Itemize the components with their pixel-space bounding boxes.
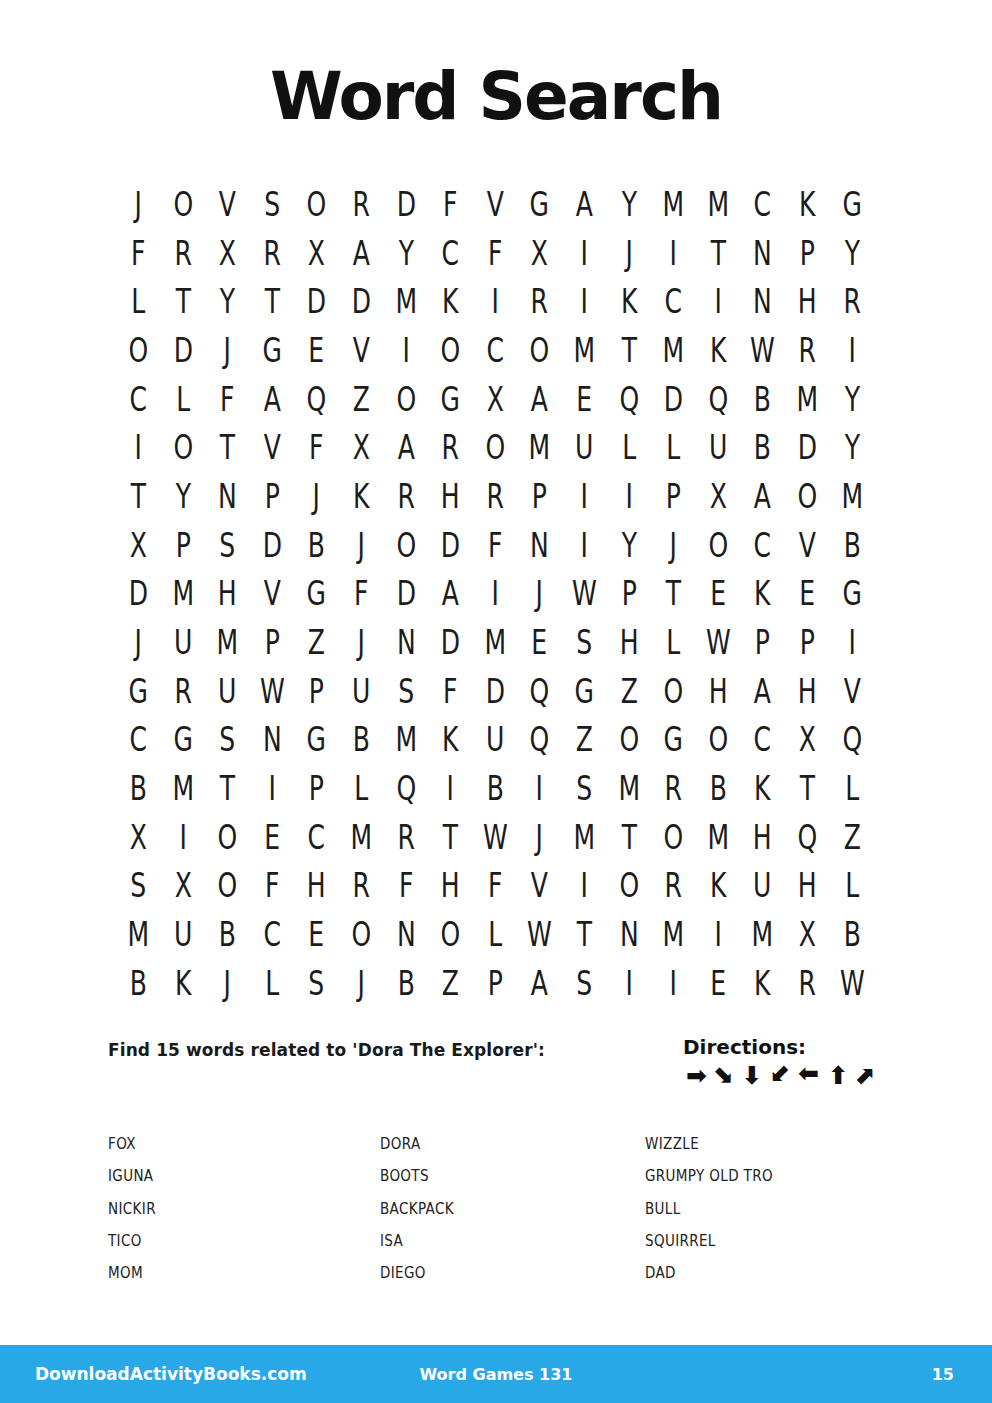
grid-cell-r12c15: C [746, 716, 780, 765]
grid-cell-r2c17: Y [835, 229, 869, 278]
footer-bar: DownloadActivityBooks.com Word Games 131… [0, 1345, 992, 1403]
grid-cell-r1c3: V [211, 180, 245, 229]
grid-cell-r15c13: R [656, 862, 690, 911]
grid-cell-r7c6: K [344, 472, 378, 521]
instruction-text: Find 15 words related to 'Dora The Explo… [108, 1040, 545, 1060]
grid-cell-r10c3: M [211, 618, 245, 667]
grid-cell-r17c14: E [701, 959, 735, 1008]
grid-cell-r16c14: I [701, 910, 735, 959]
grid-cell-r14c14: M [701, 813, 735, 862]
word-item: BOOTS [380, 1160, 454, 1192]
grid-cell-r6c12: L [612, 423, 646, 472]
grid-cell-r13c17: L [835, 764, 869, 813]
grid-cell-r4c11: M [567, 326, 601, 375]
grid-cell-r8c2: P [166, 521, 200, 570]
grid-cell-r7c12: I [612, 472, 646, 521]
grid-cell-r10c1: J [121, 618, 155, 667]
grid-cell-r9c15: K [746, 570, 780, 619]
grid-cell-r3c7: M [389, 277, 423, 326]
grid-cell-r7c10: P [523, 472, 557, 521]
grid-cell-r1c8: F [434, 180, 468, 229]
grid-cell-r11c2: R [166, 667, 200, 716]
grid-cell-r14c4: E [255, 813, 289, 862]
grid-cell-r1c15: C [746, 180, 780, 229]
grid-cell-r14c2: I [166, 813, 200, 862]
grid-cell-r1c11: A [567, 180, 601, 229]
grid-cell-r17c4: L [255, 959, 289, 1008]
grid-cell-r5c16: M [790, 375, 824, 424]
directions-section: Directions: ➡➡➡➡➡➡➡ [683, 1035, 878, 1090]
grid-cell-r2c3: X [211, 229, 245, 278]
grid-cell-r3c16: H [790, 277, 824, 326]
grid-cell-r5c1: C [121, 375, 155, 424]
grid-cell-r10c14: W [701, 618, 735, 667]
grid-cell-r9c11: W [567, 570, 601, 619]
grid-cell-r4c3: J [211, 326, 245, 375]
grid-cell-r9c2: M [166, 570, 200, 619]
grid-cell-r12c6: B [344, 716, 378, 765]
grid-cell-r5c3: F [211, 375, 245, 424]
grid-cell-r7c1: T [121, 472, 155, 521]
grid-cell-r9c1: D [121, 570, 155, 619]
grid-cell-r5c12: Q [612, 375, 646, 424]
grid-cell-r1c6: R [344, 180, 378, 229]
grid-cell-r16c8: O [434, 910, 468, 959]
grid-cell-r5c10: A [523, 375, 557, 424]
grid-cell-r8c12: Y [612, 521, 646, 570]
grid-cell-r8c13: J [656, 521, 690, 570]
grid-cell-r11c11: G [567, 667, 601, 716]
grid-cell-r12c13: G [656, 716, 690, 765]
grid-cell-r5c6: Z [344, 375, 378, 424]
grid-cell-r8c14: O [701, 521, 735, 570]
grid-cell-r8c7: O [389, 521, 423, 570]
grid-cell-r14c12: T [612, 813, 646, 862]
grid-cell-r13c2: M [166, 764, 200, 813]
grid-cell-r11c8: F [434, 667, 468, 716]
word-item: BACKPACK [380, 1193, 454, 1225]
grid-cell-r3c11: I [567, 277, 601, 326]
grid-cell-r10c5: Z [300, 618, 334, 667]
grid-cell-r7c11: I [567, 472, 601, 521]
grid-cell-r6c17: Y [835, 423, 869, 472]
grid-cell-r13c14: B [701, 764, 735, 813]
grid-cell-r7c13: P [656, 472, 690, 521]
grid-cell-r13c12: M [612, 764, 646, 813]
grid-cell-r7c4: P [255, 472, 289, 521]
grid-cell-r7c17: M [835, 472, 869, 521]
grid-cell-r2c9: F [478, 229, 512, 278]
grid-cell-r11c16: H [790, 667, 824, 716]
grid-cell-r11c14: H [701, 667, 735, 716]
grid-cell-r6c9: O [478, 423, 512, 472]
word-item: IGUNA [108, 1160, 156, 1192]
grid-cell-r4c4: G [255, 326, 289, 375]
grid-cell-r13c15: K [746, 764, 780, 813]
grid-cell-r13c10: I [523, 764, 557, 813]
grid-cell-r7c14: X [701, 472, 735, 521]
grid-cell-r13c11: S [567, 764, 601, 813]
grid-cell-r1c2: O [166, 180, 200, 229]
grid-cell-r14c3: O [211, 813, 245, 862]
grid-cell-r17c3: J [211, 959, 245, 1008]
grid-cell-r11c1: G [121, 667, 155, 716]
grid-cell-r9c16: E [790, 570, 824, 619]
grid-cell-r16c11: T [567, 910, 601, 959]
grid-cell-r1c9: V [478, 180, 512, 229]
word-item: NICKIR [108, 1193, 156, 1225]
grid-cell-r4c16: R [790, 326, 824, 375]
grid-cell-r3c12: K [612, 277, 646, 326]
grid-cell-r14c6: M [344, 813, 378, 862]
grid-cell-r11c3: U [211, 667, 245, 716]
grid-cell-r12c8: K [434, 716, 468, 765]
grid-cell-r3c3: Y [211, 277, 245, 326]
grid-cell-r17c11: S [567, 959, 601, 1008]
grid-cell-r10c12: H [612, 618, 646, 667]
grid-cell-r8c15: C [746, 521, 780, 570]
grid-cell-r6c10: M [523, 423, 557, 472]
grid-cell-r11c15: A [746, 667, 780, 716]
grid-cell-r1c4: S [255, 180, 289, 229]
arrow-left-icon: ➡ [795, 1060, 822, 1090]
grid-cell-r11c5: P [300, 667, 334, 716]
grid-cell-r14c10: J [523, 813, 557, 862]
grid-cell-r5c7: O [389, 375, 423, 424]
grid-cell-r15c5: H [300, 862, 334, 911]
grid-cell-r2c10: X [523, 229, 557, 278]
grid-cell-r10c13: L [656, 618, 690, 667]
grid-cell-r2c16: P [790, 229, 824, 278]
grid-cell-r3c10: R [523, 277, 557, 326]
grid-cell-r1c5: O [300, 180, 334, 229]
grid-cell-r13c13: R [656, 764, 690, 813]
grid-cell-r15c12: O [612, 862, 646, 911]
grid-cell-r9c6: F [344, 570, 378, 619]
grid-cell-r11c17: V [835, 667, 869, 716]
grid-cell-r1c1: J [121, 180, 155, 229]
grid-cell-r9c10: J [523, 570, 557, 619]
grid-cell-r9c5: G [300, 570, 334, 619]
grid-cell-r15c10: V [523, 862, 557, 911]
grid-cell-r3c4: T [255, 277, 289, 326]
grid-cell-r8c1: X [121, 521, 155, 570]
grid-cell-r17c6: J [344, 959, 378, 1008]
grid-cell-r5c5: Q [300, 375, 334, 424]
grid-cell-r6c1: I [121, 423, 155, 472]
grid-cell-r3c5: D [300, 277, 334, 326]
grid-cell-r10c2: U [166, 618, 200, 667]
grid-cell-r14c15: H [746, 813, 780, 862]
word-item: ISA [380, 1225, 454, 1257]
grid-cell-r11c9: D [478, 667, 512, 716]
grid-cell-r16c1: M [121, 910, 155, 959]
grid-cell-r12c11: Z [567, 716, 601, 765]
grid-cell-r4c7: I [389, 326, 423, 375]
grid-cell-r6c7: A [389, 423, 423, 472]
grid-cell-r1c16: K [790, 180, 824, 229]
grid-cell-r14c17: Z [835, 813, 869, 862]
grid-cell-r14c16: Q [790, 813, 824, 862]
grid-cell-r8c9: F [478, 521, 512, 570]
grid-cell-r1c13: M [656, 180, 690, 229]
worksheet-page: Word Search JOVSORDFVGAYMMCKGFRXRXAYCFXI… [0, 0, 992, 1403]
grid-cell-r10c4: P [255, 618, 289, 667]
grid-cell-r16c10: W [523, 910, 557, 959]
grid-cell-r8c10: N [523, 521, 557, 570]
grid-cell-r2c15: N [746, 229, 780, 278]
grid-cell-r4c15: W [746, 326, 780, 375]
word-item: DIEGO [380, 1257, 454, 1289]
grid-cell-r14c11: M [567, 813, 601, 862]
grid-cell-r1c10: G [523, 180, 557, 229]
grid-cell-r2c8: C [434, 229, 468, 278]
grid-cell-r17c5: S [300, 959, 334, 1008]
grid-cell-r2c6: A [344, 229, 378, 278]
grid-cell-r11c10: Q [523, 667, 557, 716]
grid-cell-r13c5: P [300, 764, 334, 813]
grid-cell-r15c7: F [389, 862, 423, 911]
grid-cell-r15c3: O [211, 862, 245, 911]
grid-cell-r3c6: D [344, 277, 378, 326]
grid-cell-r14c13: O [656, 813, 690, 862]
grid-cell-r9c14: E [701, 570, 735, 619]
grid-cell-r15c2: X [166, 862, 200, 911]
grid-cell-r10c8: D [434, 618, 468, 667]
grid-cell-r17c1: B [121, 959, 155, 1008]
grid-cell-r10c10: E [523, 618, 557, 667]
grid-cell-r17c17: W [835, 959, 869, 1008]
word-item: DAD [645, 1257, 773, 1289]
grid-cell-r8c4: D [255, 521, 289, 570]
grid-cell-r7c2: Y [166, 472, 200, 521]
grid-cell-r15c15: U [746, 862, 780, 911]
grid-cell-r4c13: M [656, 326, 690, 375]
grid-cell-r2c2: R [166, 229, 200, 278]
grid-cell-r12c7: M [389, 716, 423, 765]
word-item: FOX [108, 1128, 156, 1160]
grid-cell-r1c14: M [701, 180, 735, 229]
grid-cell-r17c13: I [656, 959, 690, 1008]
grid-cell-r14c8: T [434, 813, 468, 862]
grid-cell-r4c17: I [835, 326, 869, 375]
word-item: MOM [108, 1257, 156, 1289]
grid-cell-r2c5: X [300, 229, 334, 278]
grid-cell-r9c4: V [255, 570, 289, 619]
word-item: BULL [645, 1193, 773, 1225]
grid-cell-r11c7: S [389, 667, 423, 716]
grid-cell-r4c1: O [121, 326, 155, 375]
grid-cell-r7c9: R [478, 472, 512, 521]
grid-cell-r4c10: O [523, 326, 557, 375]
grid-cell-r3c14: I [701, 277, 735, 326]
grid-cell-r4c5: E [300, 326, 334, 375]
word-item: GRUMPY OLD TRO [645, 1160, 773, 1192]
grid-cell-r17c12: I [612, 959, 646, 1008]
grid-cell-r10c15: P [746, 618, 780, 667]
grid-cell-r17c15: K [746, 959, 780, 1008]
grid-cell-r10c11: S [567, 618, 601, 667]
grid-cell-r1c17: G [835, 180, 869, 229]
grid-cell-r7c15: A [746, 472, 780, 521]
grid-cell-r13c6: L [344, 764, 378, 813]
grid-cell-r12c4: N [255, 716, 289, 765]
grid-cell-r17c8: Z [434, 959, 468, 1008]
grid-cell-r15c4: F [255, 862, 289, 911]
grid-cell-r8c11: I [567, 521, 601, 570]
grid-cell-r2c14: T [701, 229, 735, 278]
grid-cell-r11c6: U [344, 667, 378, 716]
grid-cell-r16c12: N [612, 910, 646, 959]
grid-cell-r2c11: I [567, 229, 601, 278]
grid-cell-r15c6: R [344, 862, 378, 911]
word-search-grid: JOVSORDFVGAYMMCKGFRXRXAYCFXIJITNPYLTYTDD… [116, 180, 874, 1008]
grid-cell-r8c5: B [300, 521, 334, 570]
grid-cell-r15c8: H [434, 862, 468, 911]
grid-cell-r15c11: I [567, 862, 601, 911]
grid-cell-r17c16: R [790, 959, 824, 1008]
grid-cell-r14c7: R [389, 813, 423, 862]
grid-cell-r1c7: D [389, 180, 423, 229]
grid-cell-r1c12: Y [612, 180, 646, 229]
grid-cell-r16c3: B [211, 910, 245, 959]
grid-cell-r6c16: D [790, 423, 824, 472]
grid-cell-r16c7: N [389, 910, 423, 959]
grid-cell-r7c5: J [300, 472, 334, 521]
grid-cell-r9c3: H [211, 570, 245, 619]
grid-cell-r17c9: P [478, 959, 512, 1008]
grid-cell-r15c17: L [835, 862, 869, 911]
grid-cell-r3c8: K [434, 277, 468, 326]
grid-cell-r10c17: I [835, 618, 869, 667]
grid-cell-r16c2: U [166, 910, 200, 959]
grid-cell-r5c4: A [255, 375, 289, 424]
grid-cell-r8c8: D [434, 521, 468, 570]
grid-cell-r16c16: X [790, 910, 824, 959]
grid-cell-r7c7: R [389, 472, 423, 521]
grid-cell-r6c15: B [746, 423, 780, 472]
grid-cell-r5c17: Y [835, 375, 869, 424]
grid-cell-r4c8: O [434, 326, 468, 375]
grid-cell-r6c8: R [434, 423, 468, 472]
grid-cell-r12c12: O [612, 716, 646, 765]
grid-cell-r10c7: N [389, 618, 423, 667]
grid-cell-r3c17: R [835, 277, 869, 326]
grid-cell-r14c5: C [300, 813, 334, 862]
grid-cell-r12c1: C [121, 716, 155, 765]
word-item: WIZZLE [645, 1128, 773, 1160]
grid-cell-r11c4: W [255, 667, 289, 716]
grid-cell-r12c10: Q [523, 716, 557, 765]
grid-cell-r10c16: P [790, 618, 824, 667]
grid-cell-r13c4: I [255, 764, 289, 813]
grid-cell-r3c15: N [746, 277, 780, 326]
word-list-column-1: FOXIGUNANICKIRTICOMOM [108, 1128, 161, 1289]
grid-cell-r5c9: X [478, 375, 512, 424]
grid-cell-r4c9: C [478, 326, 512, 375]
grid-cell-r13c16: T [790, 764, 824, 813]
grid-cell-r5c8: G [434, 375, 468, 424]
grid-cell-r6c3: T [211, 423, 245, 472]
grid-cell-r5c13: D [656, 375, 690, 424]
grid-cell-r9c8: A [434, 570, 468, 619]
grid-cell-r16c17: B [835, 910, 869, 959]
grid-cell-r9c7: D [389, 570, 423, 619]
grid-cell-r2c12: J [612, 229, 646, 278]
grid-cell-r3c9: I [478, 277, 512, 326]
grid-cell-r12c3: S [211, 716, 245, 765]
grid-cell-r3c13: C [656, 277, 690, 326]
grid-cell-r10c6: J [344, 618, 378, 667]
grid-cell-r13c9: B [478, 764, 512, 813]
word-item: DORA [380, 1128, 454, 1160]
grid-cell-r14c9: W [478, 813, 512, 862]
grid-cell-r15c9: F [478, 862, 512, 911]
direction-arrows: ➡➡➡➡➡➡➡ [683, 1060, 878, 1090]
grid-cell-r16c15: M [746, 910, 780, 959]
grid-cell-r12c14: O [701, 716, 735, 765]
grid-cell-r15c16: H [790, 862, 824, 911]
grid-cell-r6c4: V [255, 423, 289, 472]
grid-cell-r2c1: F [121, 229, 155, 278]
grid-cell-r17c2: K [166, 959, 200, 1008]
grid-cell-r5c14: Q [701, 375, 735, 424]
grid-cell-r6c5: F [300, 423, 334, 472]
grid-cell-r9c12: P [612, 570, 646, 619]
grid-cell-r8c3: S [211, 521, 245, 570]
grid-cell-r4c12: T [612, 326, 646, 375]
grid-cell-r16c9: L [478, 910, 512, 959]
grid-cell-r16c13: M [656, 910, 690, 959]
grid-cell-r12c9: U [478, 716, 512, 765]
grid-cell-r5c11: E [567, 375, 601, 424]
grid-cell-r5c15: B [746, 375, 780, 424]
grid-cell-r2c4: R [255, 229, 289, 278]
grid-cell-r12c5: G [300, 716, 334, 765]
grid-cell-r17c10: A [523, 959, 557, 1008]
grid-cell-r6c2: O [166, 423, 200, 472]
grid-cell-r6c13: L [656, 423, 690, 472]
grid-cell-r13c8: I [434, 764, 468, 813]
word-item: TICO [108, 1225, 156, 1257]
footer-page-number: 15 [932, 1365, 954, 1384]
grid-cell-r2c7: Y [389, 229, 423, 278]
grid-cell-r6c11: U [567, 423, 601, 472]
grid-cell-r16c6: O [344, 910, 378, 959]
footer-site-name: DownloadActivityBooks.com [35, 1364, 307, 1384]
grid-cell-r13c1: B [121, 764, 155, 813]
grid-cell-r3c1: L [121, 277, 155, 326]
grid-cell-r13c7: Q [389, 764, 423, 813]
word-list-column-2: DORABOOTSBACKPACKISADIEGO [380, 1128, 462, 1289]
page-title: Word Search [0, 58, 992, 135]
word-item: SQUIRREL [645, 1225, 773, 1257]
grid-cell-r6c14: U [701, 423, 735, 472]
grid-cell-r8c16: V [790, 521, 824, 570]
word-list-column-3: WIZZLEGRUMPY OLD TROBULLSQUIRRELDAD [645, 1128, 787, 1289]
grid-cell-r9c13: T [656, 570, 690, 619]
grid-cell-r2c13: I [656, 229, 690, 278]
grid-cell-r12c16: X [790, 716, 824, 765]
grid-cell-r17c7: B [389, 959, 423, 1008]
grid-cell-r8c6: J [344, 521, 378, 570]
grid-cell-r7c16: O [790, 472, 824, 521]
grid-cell-r14c1: X [121, 813, 155, 862]
grid-cell-r11c12: Z [612, 667, 646, 716]
grid-cell-r15c14: K [701, 862, 735, 911]
grid-cell-r6c6: X [344, 423, 378, 472]
grid-cell-r4c14: K [701, 326, 735, 375]
